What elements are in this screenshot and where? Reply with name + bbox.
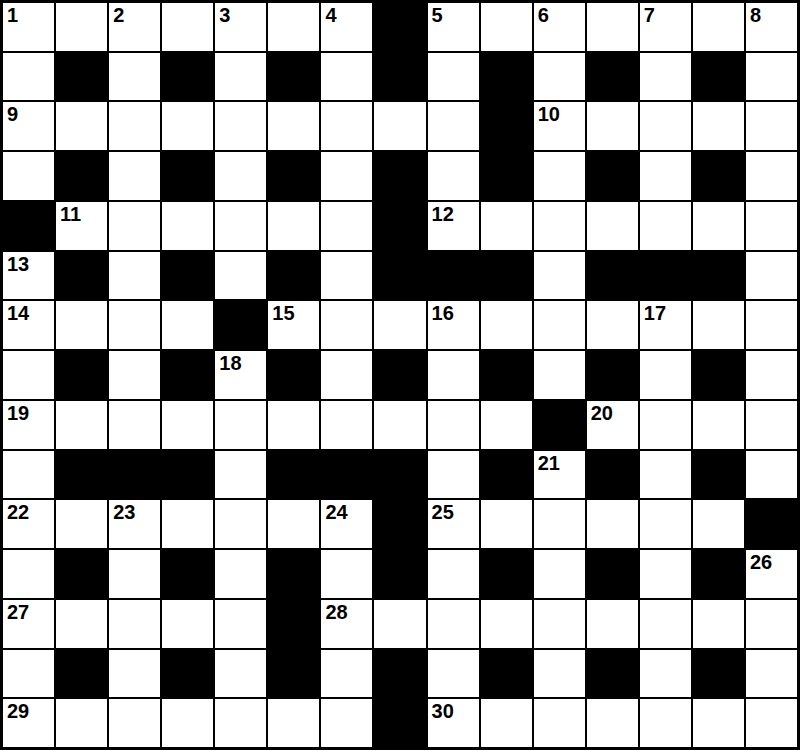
white-cell-r11c10[interactable]	[481, 500, 532, 548]
white-cell-r5c10[interactable]	[481, 202, 532, 250]
clue-number-16: 16	[432, 302, 454, 324]
white-cell-r9c2[interactable]	[56, 401, 107, 449]
white-cell-r7c4[interactable]	[162, 301, 213, 349]
clue-number-30: 30	[432, 700, 454, 722]
white-cell-r14c3[interactable]	[109, 650, 160, 698]
black-square	[746, 500, 797, 548]
black-square	[162, 252, 213, 300]
white-cell-r9c14[interactable]	[693, 401, 744, 449]
white-cell-r3c6[interactable]	[268, 102, 319, 150]
white-cell-r2c13[interactable]	[640, 53, 691, 101]
black-square	[56, 650, 107, 698]
white-cell-r8c13[interactable]	[640, 351, 691, 399]
black-square	[374, 351, 425, 399]
black-square	[481, 451, 532, 499]
clue-number-29: 29	[7, 700, 29, 722]
white-cell-r15c6[interactable]	[268, 699, 319, 747]
white-cell-r3c11[interactable]: 10	[534, 102, 585, 150]
white-cell-r11c4[interactable]	[162, 500, 213, 548]
black-square	[374, 202, 425, 250]
white-cell-r9c15[interactable]	[746, 401, 797, 449]
white-cell-r1c2[interactable]	[56, 3, 107, 51]
white-cell-r7c7[interactable]	[321, 301, 372, 349]
white-cell-r14c7[interactable]	[321, 650, 372, 698]
white-cell-r3c5[interactable]	[215, 102, 266, 150]
black-square	[321, 451, 372, 499]
white-cell-r11c3[interactable]: 23	[109, 500, 160, 548]
clue-number-17: 17	[644, 302, 666, 324]
white-cell-r5c3[interactable]	[109, 202, 160, 250]
black-square	[268, 152, 319, 200]
clue-number-27: 27	[7, 601, 29, 623]
black-square	[693, 252, 744, 300]
black-square	[162, 53, 213, 101]
white-cell-r2c11[interactable]	[534, 53, 585, 101]
black-square	[481, 252, 532, 300]
white-cell-r9c6[interactable]	[268, 401, 319, 449]
black-square	[268, 451, 319, 499]
white-cell-r5c9[interactable]: 12	[428, 202, 479, 250]
black-square	[693, 152, 744, 200]
black-square	[268, 600, 319, 648]
white-cell-r1c14[interactable]	[693, 3, 744, 51]
black-square	[109, 451, 160, 499]
white-cell-r3c13[interactable]	[640, 102, 691, 150]
black-square	[268, 252, 319, 300]
white-cell-r12c7[interactable]	[321, 550, 372, 598]
white-cell-r10c9[interactable]	[428, 451, 479, 499]
black-square	[374, 53, 425, 101]
white-cell-r7c1[interactable]: 14	[3, 301, 54, 349]
white-cell-r12c11[interactable]	[534, 550, 585, 598]
white-cell-r13c7[interactable]: 28	[321, 600, 372, 648]
white-cell-r9c10[interactable]	[481, 401, 532, 449]
black-square	[374, 550, 425, 598]
white-cell-r10c11[interactable]: 21	[534, 451, 585, 499]
white-cell-r1c10[interactable]	[481, 3, 532, 51]
black-square	[162, 550, 213, 598]
black-square	[640, 252, 691, 300]
white-cell-r8c7[interactable]	[321, 351, 372, 399]
black-square	[481, 351, 532, 399]
white-cell-r8c9[interactable]	[428, 351, 479, 399]
white-cell-r4c9[interactable]	[428, 152, 479, 200]
black-square	[693, 650, 744, 698]
white-cell-r12c15[interactable]: 26	[746, 550, 797, 598]
white-cell-r12c5[interactable]	[215, 550, 266, 598]
white-cell-r6c15[interactable]	[746, 252, 797, 300]
white-cell-r7c11[interactable]	[534, 301, 585, 349]
white-cell-r6c5[interactable]	[215, 252, 266, 300]
white-cell-r12c13[interactable]	[640, 550, 691, 598]
clue-number-20: 20	[591, 402, 613, 424]
black-square	[587, 252, 638, 300]
clue-number-5: 5	[432, 4, 443, 26]
white-cell-r10c1[interactable]	[3, 451, 54, 499]
white-cell-r9c8[interactable]	[374, 401, 425, 449]
white-cell-r15c1[interactable]: 29	[3, 699, 54, 747]
white-cell-r3c4[interactable]	[162, 102, 213, 150]
white-cell-r7c8[interactable]	[374, 301, 425, 349]
clue-number-8: 8	[750, 4, 761, 26]
black-square	[587, 550, 638, 598]
white-cell-r13c13[interactable]	[640, 600, 691, 648]
white-cell-r15c7[interactable]	[321, 699, 372, 747]
white-cell-r5c4[interactable]	[162, 202, 213, 250]
white-cell-r1c6[interactable]	[268, 3, 319, 51]
white-cell-r9c1[interactable]: 19	[3, 401, 54, 449]
black-square	[587, 650, 638, 698]
white-cell-r1c9[interactable]: 5	[428, 3, 479, 51]
white-cell-r3c9[interactable]	[428, 102, 479, 150]
white-cell-r15c13[interactable]	[640, 699, 691, 747]
white-cell-r9c4[interactable]	[162, 401, 213, 449]
white-cell-r11c13[interactable]	[640, 500, 691, 548]
white-cell-r10c5[interactable]	[215, 451, 266, 499]
clue-number-26: 26	[750, 551, 772, 573]
white-cell-r9c12[interactable]: 20	[587, 401, 638, 449]
black-square	[268, 53, 319, 101]
white-cell-r6c7[interactable]	[321, 252, 372, 300]
white-cell-r15c11[interactable]	[534, 699, 585, 747]
white-cell-r4c3[interactable]	[109, 152, 160, 200]
black-square	[481, 53, 532, 101]
white-cell-r3c2[interactable]	[56, 102, 107, 150]
clue-number-10: 10	[538, 103, 560, 125]
white-cell-r15c2[interactable]	[56, 699, 107, 747]
white-cell-r5c14[interactable]	[693, 202, 744, 250]
clue-number-1: 1	[7, 4, 18, 26]
black-square	[162, 451, 213, 499]
white-cell-r14c13[interactable]	[640, 650, 691, 698]
black-square	[693, 53, 744, 101]
clue-number-11: 11	[60, 203, 81, 225]
white-cell-r15c4[interactable]	[162, 699, 213, 747]
white-cell-r3c1[interactable]: 9	[3, 102, 54, 150]
clue-number-13: 13	[7, 253, 29, 275]
clue-number-2: 2	[113, 4, 124, 26]
white-cell-r7c13[interactable]: 17	[640, 301, 691, 349]
white-cell-r8c11[interactable]	[534, 351, 585, 399]
white-cell-r14c1[interactable]	[3, 650, 54, 698]
white-cell-r7c6[interactable]: 15	[268, 301, 319, 349]
white-cell-r2c15[interactable]	[746, 53, 797, 101]
white-cell-r8c3[interactable]	[109, 351, 160, 399]
white-cell-r15c9[interactable]: 30	[428, 699, 479, 747]
white-cell-r6c3[interactable]	[109, 252, 160, 300]
black-square	[534, 401, 585, 449]
white-cell-r2c3[interactable]	[109, 53, 160, 101]
white-cell-r3c8[interactable]	[374, 102, 425, 150]
white-cell-r9c3[interactable]	[109, 401, 160, 449]
clue-number-14: 14	[7, 302, 29, 324]
black-square	[693, 351, 744, 399]
white-cell-r7c2[interactable]	[56, 301, 107, 349]
white-cell-r3c14[interactable]	[693, 102, 744, 150]
white-cell-r13c10[interactable]	[481, 600, 532, 648]
white-cell-r13c8[interactable]	[374, 600, 425, 648]
white-cell-r14c5[interactable]	[215, 650, 266, 698]
white-cell-r1c5[interactable]: 3	[215, 3, 266, 51]
black-square	[162, 351, 213, 399]
clue-number-21: 21	[538, 452, 560, 474]
black-square	[56, 252, 107, 300]
white-cell-r5c6[interactable]	[268, 202, 319, 250]
white-cell-r1c12[interactable]	[587, 3, 638, 51]
white-cell-r11c11[interactable]	[534, 500, 585, 548]
white-cell-r13c1[interactable]: 27	[3, 600, 54, 648]
black-square	[481, 550, 532, 598]
white-cell-r7c12[interactable]	[587, 301, 638, 349]
black-square	[587, 351, 638, 399]
white-cell-r7c9[interactable]: 16	[428, 301, 479, 349]
clue-number-22: 22	[7, 501, 29, 523]
white-cell-r10c13[interactable]	[640, 451, 691, 499]
white-cell-r9c7[interactable]	[321, 401, 372, 449]
white-cell-r15c10[interactable]	[481, 699, 532, 747]
white-cell-r1c15[interactable]: 8	[746, 3, 797, 51]
white-cell-r8c15[interactable]	[746, 351, 797, 399]
white-cell-r13c5[interactable]	[215, 600, 266, 648]
white-cell-r5c15[interactable]	[746, 202, 797, 250]
white-cell-r11c7[interactable]: 24	[321, 500, 372, 548]
white-cell-r13c3[interactable]	[109, 600, 160, 648]
black-square	[56, 451, 107, 499]
white-cell-r11c2[interactable]	[56, 500, 107, 548]
black-square	[587, 451, 638, 499]
clue-number-4: 4	[325, 4, 336, 26]
white-cell-r14c9[interactable]	[428, 650, 479, 698]
white-cell-r15c5[interactable]	[215, 699, 266, 747]
black-square	[268, 650, 319, 698]
black-square	[56, 550, 107, 598]
black-square	[374, 650, 425, 698]
white-cell-r5c12[interactable]	[587, 202, 638, 250]
white-cell-r3c7[interactable]	[321, 102, 372, 150]
white-cell-r11c1[interactable]: 22	[3, 500, 54, 548]
black-square	[428, 252, 479, 300]
white-cell-r4c5[interactable]	[215, 152, 266, 200]
white-cell-r7c14[interactable]	[693, 301, 744, 349]
white-cell-r9c13[interactable]	[640, 401, 691, 449]
black-square	[268, 351, 319, 399]
white-cell-r7c3[interactable]	[109, 301, 160, 349]
white-cell-r9c5[interactable]	[215, 401, 266, 449]
black-square	[693, 451, 744, 499]
white-cell-r6c1[interactable]: 13	[3, 252, 54, 300]
black-square	[56, 152, 107, 200]
black-square	[56, 351, 107, 399]
white-cell-r5c7[interactable]	[321, 202, 372, 250]
white-cell-r9c9[interactable]	[428, 401, 479, 449]
white-cell-r13c15[interactable]	[746, 600, 797, 648]
white-cell-r1c13[interactable]: 7	[640, 3, 691, 51]
white-cell-r8c5[interactable]: 18	[215, 351, 266, 399]
white-cell-r13c9[interactable]	[428, 600, 479, 648]
white-cell-r15c3[interactable]	[109, 699, 160, 747]
black-square	[481, 650, 532, 698]
white-cell-r5c2[interactable]: 11	[56, 202, 107, 250]
black-square	[587, 152, 638, 200]
white-cell-r1c3[interactable]: 2	[109, 3, 160, 51]
white-cell-r11c5[interactable]	[215, 500, 266, 548]
white-cell-r3c12[interactable]	[587, 102, 638, 150]
black-square	[481, 152, 532, 200]
white-cell-r8c1[interactable]	[3, 351, 54, 399]
white-cell-r1c11[interactable]: 6	[534, 3, 585, 51]
white-cell-r13c12[interactable]	[587, 600, 638, 648]
clue-number-18: 18	[219, 352, 241, 374]
white-cell-r4c1[interactable]	[3, 152, 54, 200]
clue-number-23: 23	[113, 501, 135, 523]
clue-number-12: 12	[432, 203, 454, 225]
white-cell-r11c14[interactable]	[693, 500, 744, 548]
white-cell-r2c9[interactable]	[428, 53, 479, 101]
white-cell-r4c15[interactable]	[746, 152, 797, 200]
white-cell-r1c1[interactable]: 1	[3, 3, 54, 51]
black-square	[3, 202, 54, 250]
white-cell-r3c15[interactable]	[746, 102, 797, 150]
white-cell-r4c13[interactable]	[640, 152, 691, 200]
white-cell-r11c9[interactable]: 25	[428, 500, 479, 548]
black-square	[215, 301, 266, 349]
white-cell-r12c3[interactable]	[109, 550, 160, 598]
white-cell-r6c11[interactable]	[534, 252, 585, 300]
black-square	[374, 451, 425, 499]
white-cell-r13c11[interactable]	[534, 600, 585, 648]
white-cell-r5c5[interactable]	[215, 202, 266, 250]
black-square	[587, 53, 638, 101]
black-square	[162, 650, 213, 698]
clue-number-3: 3	[219, 4, 230, 26]
clue-number-28: 28	[325, 601, 347, 623]
white-cell-r4c7[interactable]	[321, 152, 372, 200]
white-cell-r15c15[interactable]	[746, 699, 797, 747]
black-square	[693, 550, 744, 598]
black-square	[374, 500, 425, 548]
white-cell-r7c15[interactable]	[746, 301, 797, 349]
white-cell-r3c3[interactable]	[109, 102, 160, 150]
white-cell-r12c1[interactable]	[3, 550, 54, 598]
black-square	[56, 53, 107, 101]
white-cell-r11c12[interactable]	[587, 500, 638, 548]
clue-number-24: 24	[325, 501, 347, 523]
crossword-board: 1234567891011121314151617181920212223242…	[0, 0, 800, 750]
white-cell-r14c15[interactable]	[746, 650, 797, 698]
clue-number-15: 15	[272, 302, 294, 324]
white-cell-r2c1[interactable]	[3, 53, 54, 101]
white-cell-r14c11[interactable]	[534, 650, 585, 698]
black-square	[268, 550, 319, 598]
white-cell-r5c11[interactable]	[534, 202, 585, 250]
white-cell-r2c7[interactable]	[321, 53, 372, 101]
clue-number-9: 9	[7, 103, 18, 125]
white-cell-r13c14[interactable]	[693, 600, 744, 648]
black-square	[162, 152, 213, 200]
black-square	[374, 152, 425, 200]
black-square	[481, 102, 532, 150]
clue-number-25: 25	[432, 501, 454, 523]
white-cell-r15c12[interactable]	[587, 699, 638, 747]
black-square	[374, 699, 425, 747]
white-cell-r7c10[interactable]	[481, 301, 532, 349]
white-cell-r4c11[interactable]	[534, 152, 585, 200]
white-cell-r1c4[interactable]	[162, 3, 213, 51]
white-cell-r5c13[interactable]	[640, 202, 691, 250]
clue-number-19: 19	[7, 402, 29, 424]
white-cell-r12c9[interactable]	[428, 550, 479, 598]
white-cell-r15c14[interactable]	[693, 699, 744, 747]
white-cell-r13c2[interactable]	[56, 600, 107, 648]
clue-number-7: 7	[644, 4, 655, 26]
white-cell-r13c4[interactable]	[162, 600, 213, 648]
black-square	[374, 252, 425, 300]
clue-number-6: 6	[538, 4, 549, 26]
white-cell-r2c5[interactable]	[215, 53, 266, 101]
white-cell-r11c6[interactable]	[268, 500, 319, 548]
white-cell-r1c7[interactable]: 4	[321, 3, 372, 51]
black-square	[374, 3, 425, 51]
white-cell-r10c15[interactable]	[746, 451, 797, 499]
